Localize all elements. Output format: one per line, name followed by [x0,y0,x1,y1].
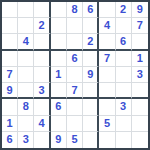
cell-r4c5-given-6[interactable]: 6 [67,51,83,67]
cell-r6c8-empty[interactable] [116,83,132,99]
cell-r2c5-empty[interactable] [67,18,83,34]
cell-r1c7-empty[interactable] [99,2,115,18]
sudoku-board: 862924742667171939378631456395 [0,0,150,150]
cell-r6c2-empty[interactable] [18,83,34,99]
cell-r3c6-given-2[interactable]: 2 [83,34,99,50]
cell-r6c7-empty[interactable] [99,83,115,99]
cell-r5c4-given-1[interactable]: 1 [51,67,67,83]
cell-r9c9-empty[interactable] [132,132,148,148]
cell-r1c8-given-2[interactable]: 2 [116,2,132,18]
cell-r2c9-given-7[interactable]: 7 [132,18,148,34]
cell-r3c8-given-6[interactable]: 6 [116,34,132,50]
cell-r7c2-given-8[interactable]: 8 [18,99,34,115]
cell-r1c5-given-8[interactable]: 8 [67,2,83,18]
cell-r4c9-given-1[interactable]: 1 [132,51,148,67]
cell-r8c8-empty[interactable] [116,116,132,132]
cell-r7c5-empty[interactable] [67,99,83,115]
cell-r8c6-empty[interactable] [83,116,99,132]
cell-r2c6-empty[interactable] [83,18,99,34]
cell-r7c9-empty[interactable] [132,99,148,115]
cell-r9c1-given-6[interactable]: 6 [2,132,18,148]
cell-r2c1-empty[interactable] [2,18,18,34]
cell-r7c1-empty[interactable] [2,99,18,115]
cell-r8c4-empty[interactable] [51,116,67,132]
cell-r6c4-empty[interactable] [51,83,67,99]
cell-r1c3-empty[interactable] [34,2,50,18]
cell-r5c2-empty[interactable] [18,67,34,83]
cell-r8c1-given-1[interactable]: 1 [2,116,18,132]
cell-r9c7-empty[interactable] [99,132,115,148]
cell-r1c9-given-9[interactable]: 9 [132,2,148,18]
cell-r4c6-empty[interactable] [83,51,99,67]
cell-r7c7-empty[interactable] [99,99,115,115]
cell-r8c9-empty[interactable] [132,116,148,132]
cell-r3c9-empty[interactable] [132,34,148,50]
cell-r3c7-empty[interactable] [99,34,115,50]
cell-r9c8-empty[interactable] [116,132,132,148]
cell-r9c2-given-3[interactable]: 3 [18,132,34,148]
cell-r4c8-empty[interactable] [116,51,132,67]
cell-r8c3-given-4[interactable]: 4 [34,116,50,132]
cell-r2c3-given-2[interactable]: 2 [34,18,50,34]
cell-r9c5-given-5[interactable]: 5 [67,132,83,148]
cell-r8c7-given-5[interactable]: 5 [99,116,115,132]
cell-r6c3-given-3[interactable]: 3 [34,83,50,99]
cell-r6c9-empty[interactable] [132,83,148,99]
cell-r6c5-given-7[interactable]: 7 [67,83,83,99]
cell-r3c3-empty[interactable] [34,34,50,50]
cell-r9c6-empty[interactable] [83,132,99,148]
cell-r4c7-given-7[interactable]: 7 [99,51,115,67]
cell-r1c6-given-6[interactable]: 6 [83,2,99,18]
cell-r1c1-empty[interactable] [2,2,18,18]
cell-r9c4-given-9[interactable]: 9 [51,132,67,148]
cell-r4c4-empty[interactable] [51,51,67,67]
cell-r7c6-empty[interactable] [83,99,99,115]
cell-r9c3-empty[interactable] [34,132,50,148]
cell-r3c5-empty[interactable] [67,34,83,50]
cell-r3c1-empty[interactable] [2,34,18,50]
cell-r3c4-empty[interactable] [51,34,67,50]
cell-r2c8-empty[interactable] [116,18,132,34]
cell-r5c3-empty[interactable] [34,67,50,83]
cell-r4c3-empty[interactable] [34,51,50,67]
cell-r5c5-empty[interactable] [67,67,83,83]
cell-r7c4-given-6[interactable]: 6 [51,99,67,115]
cell-r6c6-empty[interactable] [83,83,99,99]
cell-r5c7-empty[interactable] [99,67,115,83]
cell-r5c6-given-9[interactable]: 9 [83,67,99,83]
cell-r7c8-given-3[interactable]: 3 [116,99,132,115]
cell-r5c1-given-7[interactable]: 7 [2,67,18,83]
cell-r8c5-empty[interactable] [67,116,83,132]
cell-r1c2-empty[interactable] [18,2,34,18]
cell-r2c7-given-4[interactable]: 4 [99,18,115,34]
cell-r1c4-empty[interactable] [51,2,67,18]
cell-r6c1-given-9[interactable]: 9 [2,83,18,99]
cell-r5c9-given-3[interactable]: 3 [132,67,148,83]
cell-r3c2-given-4[interactable]: 4 [18,34,34,50]
cell-r4c1-empty[interactable] [2,51,18,67]
cell-r4c2-empty[interactable] [18,51,34,67]
cell-r2c2-empty[interactable] [18,18,34,34]
cell-r8c2-empty[interactable] [18,116,34,132]
cell-r5c8-empty[interactable] [116,67,132,83]
cell-r2c4-empty[interactable] [51,18,67,34]
cell-r7c3-empty[interactable] [34,99,50,115]
